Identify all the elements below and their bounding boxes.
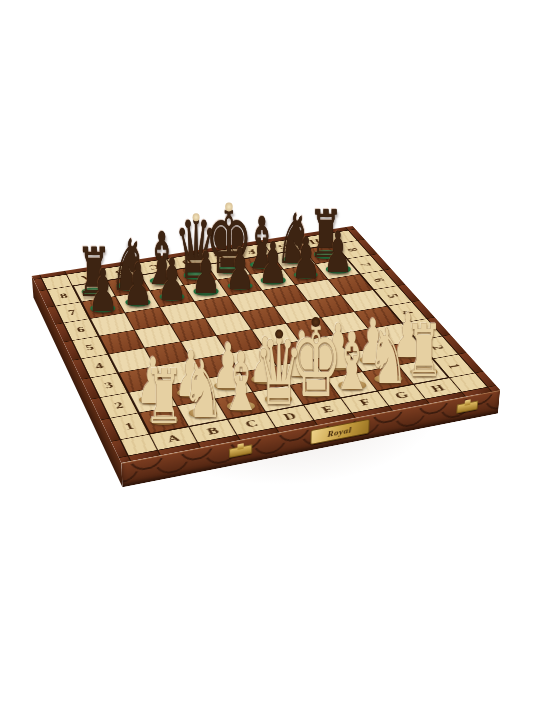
coord-label: E	[212, 252, 226, 260]
coord-label: 8	[58, 292, 69, 301]
coord-label: 2	[113, 400, 126, 411]
coord-label: 3	[413, 326, 432, 332]
coord-label: A	[79, 273, 93, 282]
coord-label: G	[276, 242, 291, 250]
coord-label: D	[179, 257, 193, 265]
coord-label: 4	[93, 361, 105, 371]
coord-label: 2	[428, 344, 447, 351]
coord-label: 6	[370, 277, 388, 283]
board-perspective-wrap: ABCDEFGH8877665544332211ABCDEFGH Royal	[68, 146, 435, 513]
coord-label: 5	[384, 293, 402, 299]
coord-label: 8	[344, 247, 361, 252]
coord-label: 4	[398, 309, 416, 315]
brass-latch	[456, 401, 478, 414]
brass-latch	[229, 444, 252, 458]
coord-label: A	[165, 432, 182, 444]
coord-label: 5	[84, 343, 96, 353]
coord-label: 1	[123, 421, 136, 432]
chess-board: ABCDEFGH8877665544332211ABCDEFGH Royal	[32, 226, 500, 463]
coord-label: F	[357, 397, 373, 408]
coord-label: B	[205, 425, 221, 437]
coord-label: C	[243, 418, 260, 430]
coord-label: 3	[103, 380, 115, 390]
coord-label: B	[114, 268, 127, 277]
coord-label: 7	[357, 262, 374, 267]
coord-label: D	[281, 410, 299, 422]
coord-label: 7	[67, 308, 78, 317]
coord-label: H	[428, 383, 447, 394]
coord-label: E	[319, 403, 336, 414]
product-photo-stage: ABCDEFGH8877665544332211ABCDEFGH Royal ♜…	[0, 0, 540, 720]
coord-label: F	[245, 247, 258, 255]
coord-label: C	[147, 263, 161, 272]
coord-label: 1	[444, 362, 463, 369]
coord-label: H	[307, 237, 322, 245]
coord-label: G	[392, 389, 411, 400]
coord-label: 6	[75, 325, 86, 334]
brand-plaque-text: Royal	[327, 425, 352, 439]
